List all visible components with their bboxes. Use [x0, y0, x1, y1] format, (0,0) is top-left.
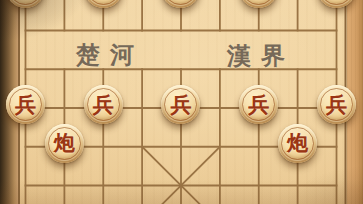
piece-red-soldier[interactable]: 兵 — [161, 85, 200, 124]
xiangqi-board: 楚河 漢界 卒卒卒卒卒兵兵兵兵兵炮炮 — [0, 0, 363, 204]
pieces-grid: 卒卒卒卒卒兵兵兵兵兵炮炮 — [6, 0, 356, 204]
piece-character: 兵 — [161, 85, 200, 124]
piece-black-soldier[interactable]: 卒 — [317, 0, 356, 8]
piece-red-soldier[interactable]: 兵 — [6, 85, 45, 124]
piece-red-soldier[interactable]: 兵 — [317, 85, 356, 124]
piece-red-cannon[interactable]: 炮 — [278, 124, 317, 163]
piece-character: 卒 — [6, 0, 45, 8]
piece-black-soldier[interactable]: 卒 — [239, 0, 278, 8]
piece-character: 炮 — [278, 124, 317, 163]
piece-character: 兵 — [84, 85, 123, 124]
piece-character: 卒 — [239, 0, 278, 8]
piece-red-soldier[interactable]: 兵 — [239, 85, 278, 124]
piece-character: 兵 — [317, 85, 356, 124]
piece-black-soldier[interactable]: 卒 — [161, 0, 200, 8]
piece-character: 兵 — [6, 85, 45, 124]
piece-black-soldier[interactable]: 卒 — [6, 0, 45, 8]
piece-red-soldier[interactable]: 兵 — [84, 85, 123, 124]
piece-character: 卒 — [317, 0, 356, 8]
piece-black-soldier[interactable]: 卒 — [84, 0, 123, 8]
piece-character: 兵 — [239, 85, 278, 124]
piece-red-cannon[interactable]: 炮 — [45, 124, 84, 163]
piece-character: 卒 — [84, 0, 123, 8]
piece-character: 卒 — [161, 0, 200, 8]
piece-character: 炮 — [45, 124, 84, 163]
